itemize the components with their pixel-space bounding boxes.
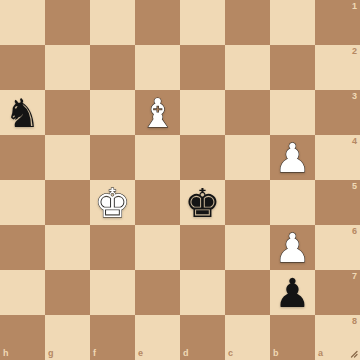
square-b7[interactable]: ♟ <box>270 270 315 315</box>
square-a3[interactable]: 3 <box>315 90 360 135</box>
square-d7[interactable] <box>180 270 225 315</box>
square-a4[interactable]: 4 <box>315 135 360 180</box>
square-d5[interactable]: ♚ <box>180 180 225 225</box>
square-a6[interactable]: 6 <box>315 225 360 270</box>
square-h3[interactable]: ♞ <box>0 90 45 135</box>
file-label-g: g <box>48 349 54 358</box>
file-label-d: d <box>183 349 189 358</box>
square-a1[interactable]: 1 <box>315 0 360 45</box>
rank-label-1: 1 <box>352 2 357 11</box>
square-f1[interactable] <box>90 0 135 45</box>
square-b4[interactable]: ♟ <box>270 135 315 180</box>
square-c3[interactable] <box>225 90 270 135</box>
piece-black-king[interactable]: ♚ <box>185 183 221 223</box>
square-h7[interactable] <box>0 270 45 315</box>
square-c5[interactable] <box>225 180 270 225</box>
square-e1[interactable] <box>135 0 180 45</box>
piece-white-pawn[interactable]: ♟ <box>275 138 311 178</box>
square-a2[interactable]: 2 <box>315 45 360 90</box>
square-e7[interactable] <box>135 270 180 315</box>
resize-handle-icon[interactable] <box>350 350 358 358</box>
rank-label-4: 4 <box>352 137 357 146</box>
square-d1[interactable] <box>180 0 225 45</box>
square-d3[interactable] <box>180 90 225 135</box>
piece-black-knight[interactable]: ♞ <box>5 93 41 133</box>
square-g4[interactable] <box>45 135 90 180</box>
square-b1[interactable] <box>270 0 315 45</box>
square-a5[interactable]: 5 <box>315 180 360 225</box>
square-h8[interactable]: h <box>0 315 45 360</box>
square-c6[interactable] <box>225 225 270 270</box>
square-g3[interactable] <box>45 90 90 135</box>
square-c4[interactable] <box>225 135 270 180</box>
square-c1[interactable] <box>225 0 270 45</box>
square-b3[interactable] <box>270 90 315 135</box>
file-label-b: b <box>273 349 279 358</box>
square-h1[interactable] <box>0 0 45 45</box>
file-label-h: h <box>3 349 9 358</box>
square-f7[interactable] <box>90 270 135 315</box>
square-g6[interactable] <box>45 225 90 270</box>
rank-label-3: 3 <box>352 92 357 101</box>
square-c2[interactable] <box>225 45 270 90</box>
square-a7[interactable]: 7 <box>315 270 360 315</box>
rank-label-5: 5 <box>352 182 357 191</box>
square-b5[interactable] <box>270 180 315 225</box>
square-f3[interactable] <box>90 90 135 135</box>
square-e8[interactable]: e <box>135 315 180 360</box>
square-g7[interactable] <box>45 270 90 315</box>
square-d2[interactable] <box>180 45 225 90</box>
square-e6[interactable] <box>135 225 180 270</box>
square-b6[interactable]: ♟ <box>270 225 315 270</box>
rank-label-7: 7 <box>352 272 357 281</box>
square-b2[interactable] <box>270 45 315 90</box>
square-d4[interactable] <box>180 135 225 180</box>
file-label-a: a <box>318 349 323 358</box>
piece-white-bishop[interactable]: ♝ <box>140 93 176 133</box>
square-g8[interactable]: g <box>45 315 90 360</box>
rank-label-8: 8 <box>352 317 357 326</box>
piece-black-pawn[interactable]: ♟ <box>275 273 311 313</box>
square-e2[interactable] <box>135 45 180 90</box>
square-f6[interactable] <box>90 225 135 270</box>
square-h6[interactable] <box>0 225 45 270</box>
square-h5[interactable] <box>0 180 45 225</box>
square-e3[interactable]: ♝ <box>135 90 180 135</box>
piece-white-pawn[interactable]: ♟ <box>275 228 311 268</box>
chess-board: 12♞♝3♟4♚♚5♟6♟7hgfedcb8a <box>0 0 360 360</box>
square-d8[interactable]: d <box>180 315 225 360</box>
rank-label-6: 6 <box>352 227 357 236</box>
square-h4[interactable] <box>0 135 45 180</box>
square-f4[interactable] <box>90 135 135 180</box>
square-a8[interactable]: 8a <box>315 315 360 360</box>
square-d6[interactable] <box>180 225 225 270</box>
square-f8[interactable]: f <box>90 315 135 360</box>
square-b8[interactable]: b <box>270 315 315 360</box>
square-c7[interactable] <box>225 270 270 315</box>
square-f2[interactable] <box>90 45 135 90</box>
square-g5[interactable] <box>45 180 90 225</box>
square-h2[interactable] <box>0 45 45 90</box>
square-g2[interactable] <box>45 45 90 90</box>
rank-label-2: 2 <box>352 47 357 56</box>
square-c8[interactable]: c <box>225 315 270 360</box>
square-e4[interactable] <box>135 135 180 180</box>
piece-white-king[interactable]: ♚ <box>95 183 131 223</box>
square-e5[interactable] <box>135 180 180 225</box>
square-g1[interactable] <box>45 0 90 45</box>
square-f5[interactable]: ♚ <box>90 180 135 225</box>
file-label-f: f <box>93 349 96 358</box>
file-label-c: c <box>228 349 233 358</box>
file-label-e: e <box>138 349 143 358</box>
